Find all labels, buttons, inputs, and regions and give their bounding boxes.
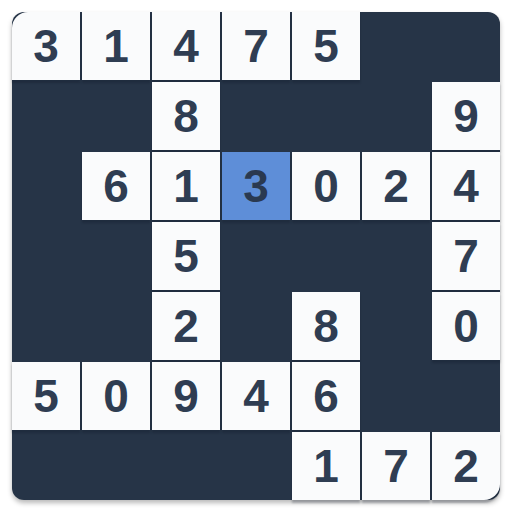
cell-r6c1-digit[interactable]: 5 — [12, 362, 80, 430]
cell-r5c3-digit[interactable]: 2 — [152, 292, 220, 360]
cell-r1c2-digit[interactable]: 1 — [82, 12, 150, 80]
puzzle-screen: 31475896130245728050946172 — [0, 0, 512, 512]
cell-r1c7-blocked — [432, 12, 500, 80]
cell-r2c1-blocked — [12, 82, 80, 150]
cell-r1c1-digit[interactable]: 3 — [12, 12, 80, 80]
cell-r7c4-blocked — [222, 432, 290, 500]
puzzle-board: 31475896130245728050946172 — [12, 12, 500, 500]
cell-r1c6-blocked — [362, 12, 430, 80]
cell-r1c4-digit[interactable]: 7 — [222, 12, 290, 80]
cell-r7c5-digit[interactable]: 1 — [292, 432, 360, 500]
cell-r6c4-digit[interactable]: 4 — [222, 362, 290, 430]
cell-r5c5-digit[interactable]: 8 — [292, 292, 360, 360]
cell-r2c5-blocked — [292, 82, 360, 150]
cell-r7c1-blocked — [12, 432, 80, 500]
cell-r7c2-blocked — [82, 432, 150, 500]
cell-r4c5-blocked — [292, 222, 360, 290]
cell-r3c4-selected[interactable]: 3 — [222, 152, 290, 220]
cell-r2c6-blocked — [362, 82, 430, 150]
cell-r5c2-blocked — [82, 292, 150, 360]
cell-r2c2-blocked — [82, 82, 150, 150]
cell-r1c3-digit[interactable]: 4 — [152, 12, 220, 80]
cell-r7c7-digit[interactable]: 2 — [432, 432, 500, 500]
cell-r6c6-blocked — [362, 362, 430, 430]
cell-r7c6-digit[interactable]: 7 — [362, 432, 430, 500]
cell-r4c2-blocked — [82, 222, 150, 290]
cell-r3c2-digit[interactable]: 6 — [82, 152, 150, 220]
cell-r4c1-blocked — [12, 222, 80, 290]
cell-r5c6-blocked — [362, 292, 430, 360]
cell-r6c2-digit[interactable]: 0 — [82, 362, 150, 430]
cell-r1c5-digit[interactable]: 5 — [292, 12, 360, 80]
cell-r3c5-digit[interactable]: 0 — [292, 152, 360, 220]
cell-r4c7-digit[interactable]: 7 — [432, 222, 500, 290]
cell-r4c4-blocked — [222, 222, 290, 290]
cell-r5c4-blocked — [222, 292, 290, 360]
cell-r2c4-blocked — [222, 82, 290, 150]
cell-r7c3-blocked — [152, 432, 220, 500]
cell-r3c3-digit[interactable]: 1 — [152, 152, 220, 220]
cell-r2c7-digit[interactable]: 9 — [432, 82, 500, 150]
cell-r3c1-blocked — [12, 152, 80, 220]
cell-r4c3-digit[interactable]: 5 — [152, 222, 220, 290]
cell-r2c3-digit[interactable]: 8 — [152, 82, 220, 150]
cell-r6c5-digit[interactable]: 6 — [292, 362, 360, 430]
cell-r5c7-digit[interactable]: 0 — [432, 292, 500, 360]
cell-r3c7-digit[interactable]: 4 — [432, 152, 500, 220]
cell-r3c6-digit[interactable]: 2 — [362, 152, 430, 220]
cell-r6c3-digit[interactable]: 9 — [152, 362, 220, 430]
cell-r5c1-blocked — [12, 292, 80, 360]
cell-r6c7-blocked — [432, 362, 500, 430]
cell-r4c6-blocked — [362, 222, 430, 290]
